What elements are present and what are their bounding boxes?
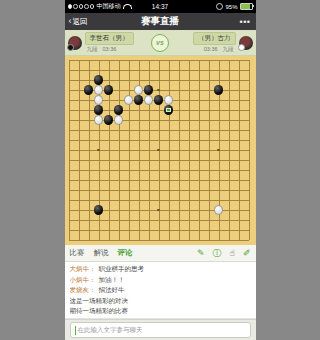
chat-text: 这是一场精彩的对决: [70, 297, 129, 304]
chevron-left-icon: ‹: [69, 17, 72, 26]
player-white-rank: 九段: [223, 46, 234, 53]
player-white-panel: （男）古力 03:36 九段: [160, 30, 256, 55]
player-black-rank: 九段: [87, 46, 98, 53]
chat-message: 发烧友：招法好牛: [70, 286, 251, 294]
player-white-avatar: [239, 36, 253, 50]
text-cursor: [75, 326, 76, 335]
last-move-marker: [166, 108, 170, 112]
tab-icon-group: ✎ⓘ☝✐: [197, 249, 251, 258]
white-stone: [94, 95, 103, 104]
grid-line: [209, 60, 210, 240]
white-stone: [144, 95, 153, 104]
page-title: 赛事直播: [65, 15, 256, 28]
white-stone: [94, 115, 103, 124]
players-bar: 李世石（男） 九段 03:36 vs （男）古力 03:36 九段: [65, 30, 256, 56]
app-screen: 中国移动 14:37 95% ‹ 返回 赛事直播 ••• 李世石（男） 九段: [65, 0, 256, 340]
chat-input-placeholder: 在此输入文字参与聊天: [78, 326, 143, 335]
chat-username: 小炳牛：: [70, 276, 96, 283]
grid-line: [69, 220, 249, 221]
player-black-clock: 03:36: [103, 46, 117, 53]
white-stone: [164, 95, 173, 104]
chat-message: 小炳牛：加油！！: [70, 276, 251, 284]
go-board[interactable]: [65, 56, 256, 245]
notes-icon[interactable]: ✎: [197, 249, 205, 258]
chat-list[interactable]: 大炳牛：职业棋手的思考小炳牛：加油！！发烧友：招法好牛这是一场精彩的对决期待一场…: [65, 262, 256, 319]
black-stone: [144, 85, 153, 94]
player-black-avatar: [68, 36, 82, 50]
grid-line: [69, 240, 249, 241]
back-label: 返回: [73, 17, 88, 27]
black-stone-badge: [67, 44, 74, 51]
nav-bar: ‹ 返回 赛事直播 •••: [65, 13, 256, 30]
grid-line: [69, 160, 249, 161]
chat-input[interactable]: 在此输入文字参与聊天: [70, 322, 251, 338]
tab-0[interactable]: 比赛: [70, 248, 85, 258]
white-stone: [114, 115, 123, 124]
black-stone: [94, 205, 103, 214]
battery-icon: [240, 3, 253, 10]
rotation-lock-icon: [216, 3, 223, 10]
more-button[interactable]: •••: [240, 17, 251, 27]
grid-line: [69, 180, 249, 181]
grid-line: [189, 60, 190, 240]
black-stone: [94, 105, 103, 114]
grid-line: [69, 230, 249, 231]
status-bar: 中国移动 14:37 95%: [65, 0, 256, 13]
black-stone: [104, 115, 113, 124]
chat-message: 期待一场精彩的比赛: [70, 307, 251, 315]
battery-percent: 95%: [225, 4, 237, 10]
grid-line: [249, 60, 250, 240]
player-black-panel: 李世石（男） 九段 03:36: [65, 30, 161, 55]
black-stone: [134, 95, 143, 104]
grid-line: [179, 60, 180, 240]
chat-text: 加油！！: [99, 276, 125, 283]
player-white-clock: 03:36: [204, 46, 218, 53]
compose-icon[interactable]: ✐: [243, 249, 251, 258]
grid-line: [169, 60, 170, 240]
info-icon[interactable]: ⓘ: [212, 249, 221, 258]
grid-line: [239, 60, 240, 240]
black-stone: [94, 75, 103, 84]
tab-bar: 比赛解说评论✎ⓘ☝✐: [65, 245, 256, 262]
vs-logo: vs: [151, 34, 169, 52]
grid-line: [229, 60, 230, 240]
black-stone: [154, 95, 163, 104]
grid-line: [69, 190, 249, 191]
chat-text: 招法好牛: [99, 286, 125, 293]
black-stone: [104, 85, 113, 94]
white-stone: [124, 95, 133, 104]
chat-username: 大炳牛：: [70, 265, 96, 272]
white-stone: [214, 205, 223, 214]
grid-line: [69, 200, 249, 201]
chat-message: 大炳牛：职业棋手的思考: [70, 265, 251, 273]
chat-username: 发烧友：: [70, 286, 96, 293]
chat-text: 期待一场精彩的比赛: [70, 307, 129, 314]
grid-line: [199, 60, 200, 240]
black-stone: [84, 85, 93, 94]
grid-line: [69, 170, 249, 171]
chat-text: 职业棋手的思考: [99, 265, 145, 272]
chat-input-bar: 在此输入文字参与聊天: [65, 319, 256, 340]
player-white-name: （男）古力: [193, 32, 236, 45]
tab-1[interactable]: 解说: [94, 248, 109, 258]
white-stone: [134, 85, 143, 94]
tab-2[interactable]: 评论: [118, 248, 133, 258]
black-stone: [214, 85, 223, 94]
back-button[interactable]: ‹ 返回: [69, 17, 88, 27]
white-stone-badge: [238, 44, 245, 51]
white-stone: [94, 85, 103, 94]
chat-message: 这是一场精彩的对决: [70, 297, 251, 305]
black-stone: [114, 105, 123, 114]
player-black-name: 李世石（男）: [85, 32, 134, 45]
hand-icon[interactable]: ☝: [229, 249, 234, 258]
